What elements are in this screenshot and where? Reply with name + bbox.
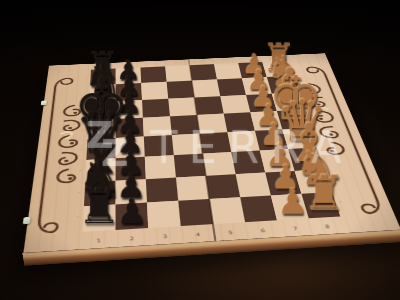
rail-mark: · [116,62,141,69]
square-6f[interactable] [142,98,170,117]
rail-mark: 1 [82,230,116,249]
rail-mark: 4 [181,224,216,243]
square-4c[interactable] [203,152,236,175]
board-face: ········ [23,53,400,253]
square-4g[interactable] [192,80,220,98]
rail-mark: 6 [245,220,281,239]
square-3h[interactable] [214,63,242,80]
apron-mark: · [292,68,295,71]
white-rook[interactable]: ♜ [303,171,346,217]
rail-mark: · [261,55,287,62]
rail-mark: 7 [277,218,314,237]
square-2a[interactable]: ♟ [271,194,309,221]
square-6c[interactable] [145,155,176,178]
square-6b[interactable] [146,177,178,202]
rail-mark: · [237,56,263,63]
square-6a[interactable] [147,201,181,228]
square-5c[interactable] [174,154,206,177]
square-8a[interactable]: ♜ [83,204,116,232]
square-4a[interactable] [209,197,245,224]
square-6d[interactable] [144,135,174,157]
photo-stage: ········ [0,0,400,300]
square-4f[interactable] [194,96,223,115]
scene: ········ [0,0,400,300]
rail-mark: · [213,57,238,64]
square-5g[interactable] [167,81,195,99]
square-4b[interactable] [206,174,240,199]
apron-mark: · [298,83,301,86]
rail-mark: · [91,63,116,70]
white-pawn[interactable]: ♟ [277,186,308,219]
square-5h[interactable] [165,65,192,82]
rail-mark: 8 [309,216,346,235]
square-3d[interactable] [227,131,259,152]
square-4h[interactable] [190,64,217,81]
rail-mark: · [140,60,165,67]
square-6g[interactable] [141,82,168,100]
rail-mark: 5 [213,222,248,241]
square-5f[interactable] [168,97,197,116]
square-5b[interactable] [176,175,209,200]
square-5e[interactable] [170,115,200,135]
square-6e[interactable] [143,116,172,136]
rail-mark: 2 [116,228,150,247]
rail-mark: · [189,58,214,65]
rail-mark: 3 [148,226,182,245]
chess-board: ········ [23,53,400,253]
black-rook[interactable]: ♜ [77,184,121,231]
square-5d[interactable] [172,134,203,156]
square-6h[interactable] [140,66,166,83]
square-4e[interactable] [197,113,227,133]
square-4d[interactable] [200,132,232,154]
rail-mark: · [165,59,190,66]
